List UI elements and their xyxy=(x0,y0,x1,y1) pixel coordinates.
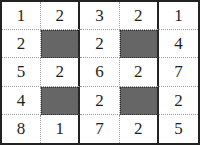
puzzle-board: 123212245262742281725 xyxy=(0,0,200,145)
grid-cell[interactable]: 2 xyxy=(80,87,119,115)
grid-cell[interactable]: 1 xyxy=(2,2,41,30)
grid-cell[interactable]: 8 xyxy=(2,115,41,143)
blocked-cell xyxy=(41,30,80,58)
grid-cell[interactable]: 2 xyxy=(2,30,41,58)
grid-cell[interactable]: 2 xyxy=(120,58,159,86)
grid-cell[interactable]: 6 xyxy=(80,58,119,86)
grid-cell[interactable]: 2 xyxy=(80,30,119,58)
grid-cell[interactable]: 2 xyxy=(120,2,159,30)
blocked-cell xyxy=(41,87,80,115)
grid-cell[interactable]: 2 xyxy=(159,87,198,115)
grid-cell[interactable]: 2 xyxy=(41,2,80,30)
grid-cell[interactable]: 1 xyxy=(41,115,80,143)
grid-cell[interactable]: 2 xyxy=(120,115,159,143)
blocked-cell xyxy=(120,30,159,58)
blocked-cell xyxy=(120,87,159,115)
grid-cell[interactable]: 4 xyxy=(2,87,41,115)
grid-cell[interactable]: 1 xyxy=(159,2,198,30)
grid-cell[interactable]: 7 xyxy=(80,115,119,143)
grid-cell[interactable]: 3 xyxy=(80,2,119,30)
grid-cell[interactable]: 5 xyxy=(2,58,41,86)
grid-cell[interactable]: 7 xyxy=(159,58,198,86)
grid-cell[interactable]: 2 xyxy=(41,58,80,86)
grid-cell[interactable]: 5 xyxy=(159,115,198,143)
grid-cell[interactable]: 4 xyxy=(159,30,198,58)
